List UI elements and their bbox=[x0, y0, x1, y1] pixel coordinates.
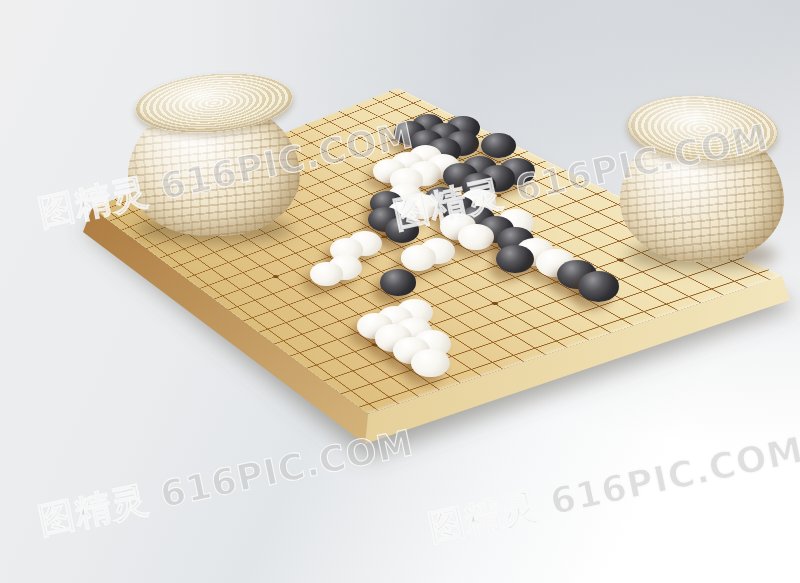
go-stone-bowl-left bbox=[128, 74, 300, 236]
go-stone-bowl-right bbox=[620, 96, 784, 262]
go-board-photo: 图精灵 616PIC.COM 图精灵 616PIC.COM 图精灵 616PIC… bbox=[0, 0, 800, 583]
star-point bbox=[272, 275, 279, 279]
star-point bbox=[490, 301, 499, 305]
star-point bbox=[370, 343, 378, 347]
star-point bbox=[380, 235, 388, 239]
star-point bbox=[493, 193, 502, 197]
star-point bbox=[389, 138, 397, 141]
